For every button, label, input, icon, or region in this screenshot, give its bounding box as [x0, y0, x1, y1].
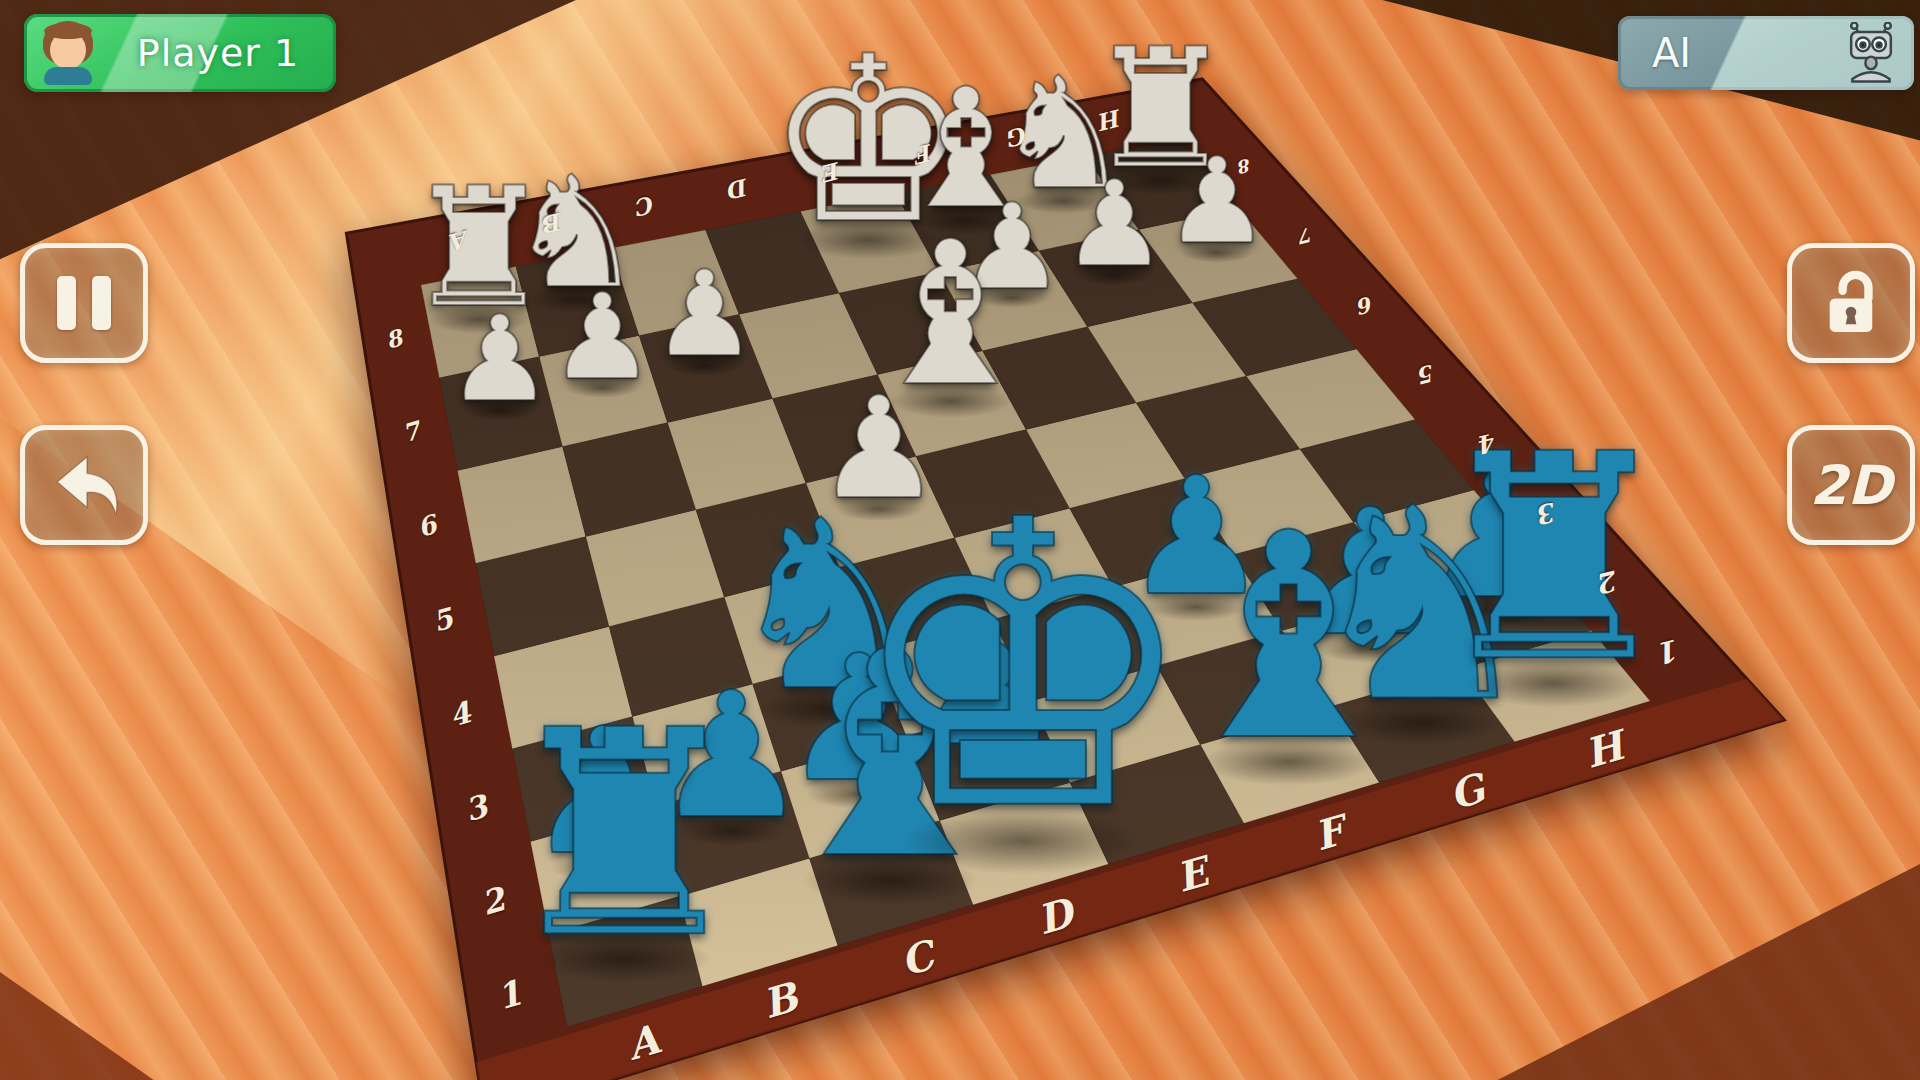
unlock-padlock-icon — [1813, 264, 1889, 342]
board-rank-label-left: 8 — [383, 324, 405, 353]
player-avatar-icon — [36, 21, 100, 85]
board-rank-label-right: 5 — [1416, 359, 1438, 388]
black-pawn-b7[interactable]: ♟ — [549, 278, 655, 397]
black-pawn-h7[interactable]: ♟ — [1164, 143, 1270, 262]
game-screen: ♜♞♚♝♞♜♟♟♟♟♟♟♝♟♟♞♟♟♟♟♟♟♜♝♚♝♞♜ AABBCCDDEEF… — [0, 0, 1920, 1080]
view-2d-label: 2D — [1810, 454, 1892, 517]
unlock-button[interactable] — [1787, 243, 1915, 363]
board-file-label-far: D — [726, 173, 752, 204]
board-rank-label-right: 6 — [1356, 291, 1376, 319]
board-file-label-near: D — [1031, 889, 1077, 944]
undo-button[interactable] — [20, 425, 148, 545]
white-king-d1[interactable]: ♚ — [846, 469, 1200, 864]
board-file-label-near: F — [1309, 806, 1349, 859]
pieces-layer[interactable]: ♜♞♚♝♞♜♟♟♟♟♟♟♝♟♟♞♟♟♟♟♟♟♜♝♚♝♞♜ — [0, 0, 1920, 1080]
undo-arrow-icon — [45, 448, 123, 522]
view-2d-button[interactable]: 2D — [1787, 425, 1915, 545]
board-rank-label-left: 3 — [461, 787, 492, 828]
pause-button[interactable] — [20, 243, 148, 363]
board-rank-label-left: 7 — [398, 416, 422, 449]
white-rook-h1[interactable]: ♜ — [1427, 417, 1682, 701]
ai-name: AI — [1618, 30, 1691, 76]
robot-icon — [1840, 22, 1902, 84]
board-file-label-near: H — [1579, 721, 1628, 777]
board-file-label-near: C — [896, 931, 940, 985]
black-pawn-g7[interactable]: ♟ — [1061, 165, 1167, 284]
black-pawn-a7[interactable]: ♟ — [446, 301, 552, 420]
player1-badge: Player 1 — [24, 14, 336, 92]
board-file-label-near: B — [757, 973, 802, 1027]
board-rank-label-left: 4 — [445, 694, 474, 733]
board-rank-label-right: 7 — [1296, 222, 1315, 248]
chess-board-3d[interactable]: ♜♞♚♝♞♜♟♟♟♟♟♟♝♟♟♞♟♟♟♟♟♟♜♝♚♝♞♜ AABBCCDDEEF… — [0, 0, 1920, 1080]
board-file-label-near: A — [621, 1015, 664, 1069]
black-pawn-c7[interactable]: ♟ — [651, 256, 757, 375]
player1-name: Player 1 — [100, 31, 336, 75]
ai-badge: AI — [1618, 16, 1914, 90]
white-rook-a1[interactable]: ♜ — [497, 693, 752, 977]
board-rank-label-left: 6 — [414, 509, 440, 543]
board-rank-label-left: 5 — [430, 601, 458, 638]
pause-icon — [49, 276, 119, 330]
board-file-label-near: G — [1444, 763, 1490, 818]
